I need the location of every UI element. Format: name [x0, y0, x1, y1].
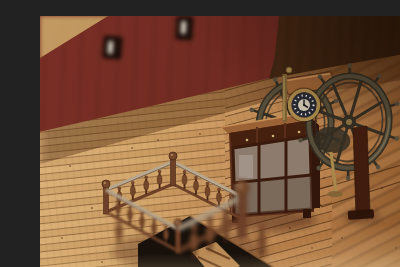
ball-finial: [235, 181, 249, 195]
baluster: [140, 217, 145, 227]
deck-objects: [40, 16, 400, 267]
railing-post: [169, 152, 177, 186]
brass-rod-foot: [327, 191, 343, 197]
brass-column: [283, 74, 288, 122]
drawer-knob: [272, 135, 275, 138]
baluster: [152, 223, 157, 233]
wheel-handle: [347, 63, 352, 68]
treenail: [381, 187, 383, 189]
baluster: [206, 225, 215, 243]
treenail: [91, 207, 93, 209]
treenail: [131, 147, 133, 149]
treenail: [311, 247, 313, 249]
treenail: [199, 133, 201, 135]
clock-pin: [303, 104, 305, 106]
baluster: [130, 186, 135, 196]
treenail: [341, 237, 343, 239]
cabinet-leg: [303, 209, 311, 218]
treenail: [61, 237, 63, 239]
model-ship-photo: [40, 16, 400, 267]
baluster: [128, 210, 133, 220]
brass-finial: [286, 67, 292, 73]
baluster: [194, 181, 199, 191]
stand-foot: [348, 209, 375, 220]
treenail: [323, 177, 325, 179]
baluster: [144, 180, 149, 190]
baluster: [116, 204, 121, 214]
drawer-knob: [246, 139, 249, 142]
stand-post: [353, 126, 370, 216]
baluster: [205, 187, 210, 197]
baluster: [182, 175, 187, 185]
ball-finial: [169, 152, 177, 160]
helm-clock: [288, 89, 321, 122]
baluster: [258, 232, 266, 249]
baluster: [190, 233, 199, 251]
treenail: [69, 165, 71, 167]
baluster: [157, 175, 162, 185]
baluster: [217, 192, 222, 202]
baluster: [116, 225, 123, 239]
baluster: [164, 230, 169, 240]
railing-post: [102, 180, 110, 214]
treenail: [157, 139, 159, 141]
treenail: [395, 247, 397, 249]
drawer-knob: [298, 131, 301, 134]
railing-side: [106, 162, 173, 212]
treenail: [101, 261, 103, 263]
glass-reflection: [239, 155, 253, 178]
ball-finial: [102, 180, 110, 188]
baluster: [222, 217, 231, 235]
